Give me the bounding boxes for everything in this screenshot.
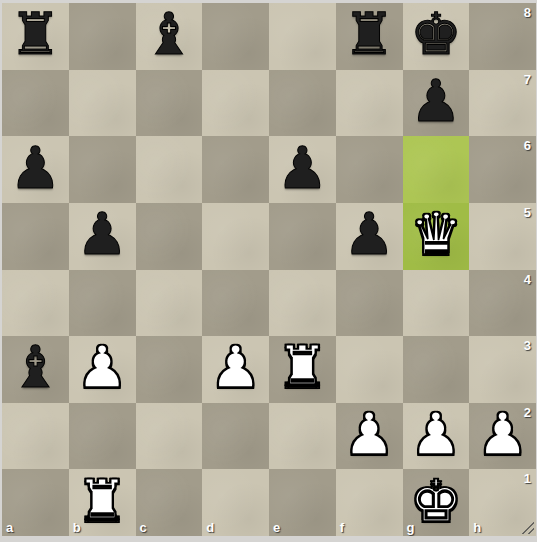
square-h7[interactable]: 7 xyxy=(469,70,536,137)
square-b5[interactable]: ♟ xyxy=(69,203,136,270)
square-g4[interactable] xyxy=(403,270,470,337)
piece-white-pawn[interactable]: ♟ xyxy=(210,338,262,396)
square-f5[interactable]: ♟ xyxy=(336,203,403,270)
rank-label-6: 6 xyxy=(524,138,531,153)
square-f8[interactable]: ♜ xyxy=(336,3,403,70)
rank-label-5: 5 xyxy=(524,205,531,220)
square-f4[interactable] xyxy=(336,270,403,337)
square-d5[interactable] xyxy=(202,203,269,270)
file-label-d: d xyxy=(206,520,214,535)
square-a5[interactable] xyxy=(2,203,69,270)
square-a2[interactable] xyxy=(2,403,69,470)
square-g7[interactable]: ♟ xyxy=(403,70,470,137)
square-c8[interactable]: ♝ xyxy=(136,3,203,70)
square-e7[interactable] xyxy=(269,70,336,137)
chess-board: ♜♝♜♚8♟7♟♟6♟♟♛54♝♟♟♜3♟♟♟2a♜bcdef♚g1h xyxy=(2,3,536,536)
piece-black-pawn[interactable]: ♟ xyxy=(76,205,128,263)
square-g3[interactable] xyxy=(403,336,470,403)
square-c5[interactable] xyxy=(136,203,203,270)
piece-white-rook[interactable]: ♜ xyxy=(276,338,328,396)
square-d8[interactable] xyxy=(202,3,269,70)
file-label-h: h xyxy=(473,520,481,535)
square-e6[interactable]: ♟ xyxy=(269,136,336,203)
square-e2[interactable] xyxy=(269,403,336,470)
square-c1[interactable]: c xyxy=(136,469,203,536)
square-g5[interactable]: ♛ xyxy=(403,203,470,270)
piece-white-pawn[interactable]: ♟ xyxy=(76,338,128,396)
square-h3[interactable]: 3 xyxy=(469,336,536,403)
square-a1[interactable]: a xyxy=(2,469,69,536)
piece-black-king[interactable]: ♚ xyxy=(410,5,462,63)
square-b3[interactable]: ♟ xyxy=(69,336,136,403)
square-f6[interactable] xyxy=(336,136,403,203)
square-d2[interactable] xyxy=(202,403,269,470)
square-g8[interactable]: ♚ xyxy=(403,3,470,70)
square-d4[interactable] xyxy=(202,270,269,337)
square-g2[interactable]: ♟ xyxy=(403,403,470,470)
square-h6[interactable]: 6 xyxy=(469,136,536,203)
square-d6[interactable] xyxy=(202,136,269,203)
square-c6[interactable] xyxy=(136,136,203,203)
square-f2[interactable]: ♟ xyxy=(336,403,403,470)
square-d3[interactable]: ♟ xyxy=(202,336,269,403)
piece-black-rook[interactable]: ♜ xyxy=(343,5,395,63)
file-label-f: f xyxy=(340,520,344,535)
square-h1[interactable]: 1h xyxy=(469,469,536,536)
square-c7[interactable] xyxy=(136,70,203,137)
square-d1[interactable]: d xyxy=(202,469,269,536)
square-e5[interactable] xyxy=(269,203,336,270)
square-a8[interactable]: ♜ xyxy=(2,3,69,70)
piece-black-bishop[interactable]: ♝ xyxy=(143,5,195,63)
square-f7[interactable] xyxy=(336,70,403,137)
square-b2[interactable] xyxy=(69,403,136,470)
rank-label-7: 7 xyxy=(524,72,531,87)
square-e8[interactable] xyxy=(269,3,336,70)
rank-label-4: 4 xyxy=(524,272,531,287)
piece-black-rook[interactable]: ♜ xyxy=(9,5,61,63)
piece-white-rook[interactable]: ♜ xyxy=(76,472,128,530)
square-b7[interactable] xyxy=(69,70,136,137)
piece-black-pawn[interactable]: ♟ xyxy=(276,139,328,197)
piece-black-pawn[interactable]: ♟ xyxy=(410,72,462,130)
square-f3[interactable] xyxy=(336,336,403,403)
file-label-b: b xyxy=(73,520,81,535)
square-h4[interactable]: 4 xyxy=(469,270,536,337)
square-e1[interactable]: e xyxy=(269,469,336,536)
piece-black-pawn[interactable]: ♟ xyxy=(9,139,61,197)
file-label-e: e xyxy=(273,520,280,535)
square-b1[interactable]: ♜b xyxy=(69,469,136,536)
square-h8[interactable]: 8 xyxy=(469,3,536,70)
square-b6[interactable] xyxy=(69,136,136,203)
square-a7[interactable] xyxy=(2,70,69,137)
square-d7[interactable] xyxy=(202,70,269,137)
square-c4[interactable] xyxy=(136,270,203,337)
piece-white-pawn[interactable]: ♟ xyxy=(410,405,462,463)
piece-white-pawn[interactable]: ♟ xyxy=(477,405,529,463)
file-label-c: c xyxy=(140,520,147,535)
square-b8[interactable] xyxy=(69,3,136,70)
piece-black-bishop[interactable]: ♝ xyxy=(9,338,61,396)
square-e4[interactable] xyxy=(269,270,336,337)
square-a6[interactable]: ♟ xyxy=(2,136,69,203)
piece-white-pawn[interactable]: ♟ xyxy=(343,405,395,463)
square-h2[interactable]: ♟2 xyxy=(469,403,536,470)
rank-label-8: 8 xyxy=(524,5,531,20)
square-e3[interactable]: ♜ xyxy=(269,336,336,403)
rank-label-1: 1 xyxy=(524,471,531,486)
file-label-a: a xyxy=(6,520,13,535)
square-f1[interactable]: f xyxy=(336,469,403,536)
rank-label-3: 3 xyxy=(524,338,531,353)
square-c2[interactable] xyxy=(136,403,203,470)
square-c3[interactable] xyxy=(136,336,203,403)
chess-app-window: ♜♝♜♚8♟7♟♟6♟♟♛54♝♟♟♜3♟♟♟2a♜bcdef♚g1h xyxy=(0,0,537,542)
rank-label-2: 2 xyxy=(524,405,531,420)
square-a4[interactable] xyxy=(2,270,69,337)
square-a3[interactable]: ♝ xyxy=(2,336,69,403)
piece-black-pawn[interactable]: ♟ xyxy=(343,205,395,263)
square-g1[interactable]: ♚g xyxy=(403,469,470,536)
square-h5[interactable]: 5 xyxy=(469,203,536,270)
piece-white-king[interactable]: ♚ xyxy=(410,472,462,530)
file-label-g: g xyxy=(407,520,415,535)
square-g6[interactable] xyxy=(403,136,470,203)
square-b4[interactable] xyxy=(69,270,136,337)
piece-white-queen[interactable]: ♛ xyxy=(410,205,462,263)
